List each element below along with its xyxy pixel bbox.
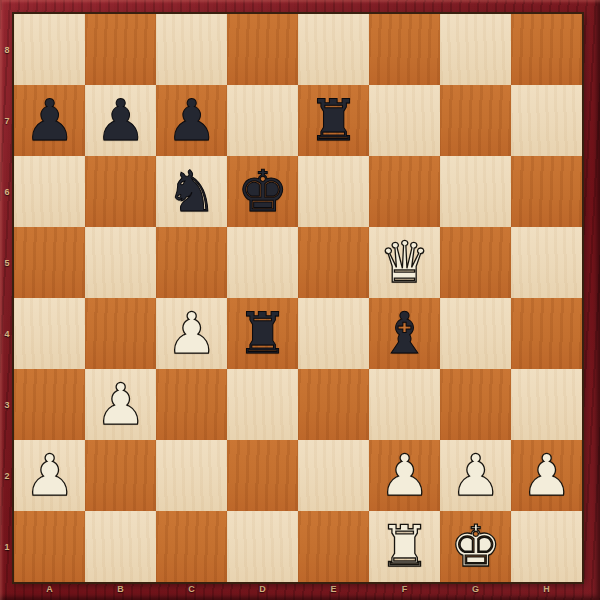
square-g7[interactable] [440,85,511,156]
square-b5[interactable] [85,227,156,298]
square-b7[interactable]: ♟ [85,85,156,156]
square-f1[interactable]: ♜ [369,511,440,582]
square-a8[interactable] [14,14,85,85]
square-c5[interactable] [156,227,227,298]
square-f8[interactable] [369,14,440,85]
white-pawn-piece: ♟ [156,298,227,369]
square-d8[interactable] [227,14,298,85]
square-b3[interactable]: ♟ [85,369,156,440]
black-king-piece: ♚ [227,156,298,227]
white-queen-piece: ♛ [369,227,440,298]
square-b6[interactable] [85,156,156,227]
rank-label-2: 2 [0,440,14,511]
square-c8[interactable] [156,14,227,85]
board: ♟♟♟♜♞♚♛♟♜♝♟♟♟♟♟♜♚ [14,14,582,582]
white-pawn-piece: ♟ [511,440,582,511]
file-label-a: A [14,582,85,600]
square-b8[interactable] [85,14,156,85]
square-a7[interactable]: ♟ [14,85,85,156]
square-g4[interactable] [440,298,511,369]
square-h7[interactable] [511,85,582,156]
square-g3[interactable] [440,369,511,440]
file-label-c: C [156,582,227,600]
square-e3[interactable] [298,369,369,440]
rank-label-8: 8 [0,14,14,85]
square-d1[interactable] [227,511,298,582]
square-d6[interactable]: ♚ [227,156,298,227]
black-rook-piece: ♜ [298,85,369,156]
file-label-h: H [511,582,582,600]
square-d3[interactable] [227,369,298,440]
square-h4[interactable] [511,298,582,369]
square-h1[interactable] [511,511,582,582]
square-d2[interactable] [227,440,298,511]
white-rook-piece: ♜ [369,511,440,582]
white-pawn-piece: ♟ [440,440,511,511]
square-e5[interactable] [298,227,369,298]
rank-label-5: 5 [0,227,14,298]
square-f7[interactable] [369,85,440,156]
square-f5[interactable]: ♛ [369,227,440,298]
square-c7[interactable]: ♟ [156,85,227,156]
file-label-g: G [440,582,511,600]
square-c1[interactable] [156,511,227,582]
square-a6[interactable] [14,156,85,227]
rank-label-3: 3 [0,369,14,440]
square-f4[interactable]: ♝ [369,298,440,369]
square-a5[interactable] [14,227,85,298]
square-b4[interactable] [85,298,156,369]
square-e6[interactable] [298,156,369,227]
square-h6[interactable] [511,156,582,227]
rank-label-1: 1 [0,511,14,582]
square-e7[interactable]: ♜ [298,85,369,156]
rank-label-4: 4 [0,298,14,369]
square-b2[interactable] [85,440,156,511]
white-king-piece: ♚ [440,511,511,582]
square-d4[interactable]: ♜ [227,298,298,369]
black-knight-piece: ♞ [156,156,227,227]
file-label-d: D [227,582,298,600]
rank-labels: 87654321 [0,14,14,582]
square-g5[interactable] [440,227,511,298]
file-label-b: B [85,582,156,600]
square-f2[interactable]: ♟ [369,440,440,511]
square-c3[interactable] [156,369,227,440]
square-e1[interactable] [298,511,369,582]
square-h8[interactable] [511,14,582,85]
square-c6[interactable]: ♞ [156,156,227,227]
square-a2[interactable]: ♟ [14,440,85,511]
square-g8[interactable] [440,14,511,85]
square-g6[interactable] [440,156,511,227]
square-b1[interactable] [85,511,156,582]
file-label-f: F [369,582,440,600]
square-d7[interactable] [227,85,298,156]
black-pawn-piece: ♟ [14,85,85,156]
square-a1[interactable] [14,511,85,582]
square-h5[interactable] [511,227,582,298]
black-pawn-piece: ♟ [85,85,156,156]
square-f3[interactable] [369,369,440,440]
square-g1[interactable]: ♚ [440,511,511,582]
square-e2[interactable] [298,440,369,511]
black-bishop-piece: ♝ [369,298,440,369]
square-g2[interactable]: ♟ [440,440,511,511]
black-rook-piece: ♜ [227,298,298,369]
square-a4[interactable] [14,298,85,369]
square-c2[interactable] [156,440,227,511]
square-h2[interactable]: ♟ [511,440,582,511]
black-pawn-piece: ♟ [156,85,227,156]
square-a3[interactable] [14,369,85,440]
square-c4[interactable]: ♟ [156,298,227,369]
file-labels: ABCDEFGH [14,582,582,600]
rank-label-6: 6 [0,156,14,227]
square-d5[interactable] [227,227,298,298]
white-pawn-piece: ♟ [369,440,440,511]
square-e8[interactable] [298,14,369,85]
square-e4[interactable] [298,298,369,369]
square-h3[interactable] [511,369,582,440]
square-f6[interactable] [369,156,440,227]
file-label-e: E [298,582,369,600]
rank-label-7: 7 [0,85,14,156]
white-pawn-piece: ♟ [14,440,85,511]
white-pawn-piece: ♟ [85,369,156,440]
board-frame: 87654321 ABCDEFGH ♟♟♟♜♞♚♛♟♜♝♟♟♟♟♟♜♚ [0,0,600,600]
